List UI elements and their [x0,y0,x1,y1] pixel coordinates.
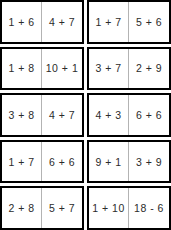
flashcard-r2-c1: 1 + 810 + 1 [0,47,84,91]
expression-cell: 5 + 6 [129,2,169,42]
expression-cell: 4 + 7 [42,95,82,135]
flashcard-r5-c1: 2 + 85 + 7 [0,186,84,230]
flashcard-r4-c1: 1 + 76 + 6 [0,140,84,184]
expression-cell: 1 + 6 [2,2,42,42]
expression-cell: 1 + 7 [2,142,42,182]
expression-cell: 1 + 10 [89,188,129,228]
expression-cell: 10 + 1 [42,49,82,89]
expression-cell: 18 - 6 [129,188,169,228]
expression-cell: 6 + 6 [42,142,82,182]
expression-cell: 3 + 7 [89,49,129,89]
flashcard-sheet: 1 + 64 + 71 + 75 + 61 + 810 + 13 + 72 + … [0,0,171,230]
flashcard-r2-c2: 3 + 72 + 9 [87,47,171,91]
flashcard-r4-c2: 9 + 13 + 9 [87,140,171,184]
flashcard-r5-c2: 1 + 1018 - 6 [87,186,171,230]
expression-cell: 3 + 8 [2,95,42,135]
expression-cell: 4 + 3 [89,95,129,135]
expression-cell: 5 + 7 [42,188,82,228]
expression-cell: 6 + 6 [129,95,169,135]
expression-cell: 1 + 7 [89,2,129,42]
expression-cell: 4 + 7 [42,2,82,42]
flashcard-r3-c2: 4 + 36 + 6 [87,93,171,137]
expression-cell: 2 + 9 [129,49,169,89]
expression-cell: 2 + 8 [2,188,42,228]
expression-cell: 9 + 1 [89,142,129,182]
flashcard-r1-c1: 1 + 64 + 7 [0,0,84,44]
expression-cell: 1 + 8 [2,49,42,89]
expression-cell: 3 + 9 [129,142,169,182]
flashcard-r3-c1: 3 + 84 + 7 [0,93,84,137]
flashcard-r1-c2: 1 + 75 + 6 [87,0,171,44]
